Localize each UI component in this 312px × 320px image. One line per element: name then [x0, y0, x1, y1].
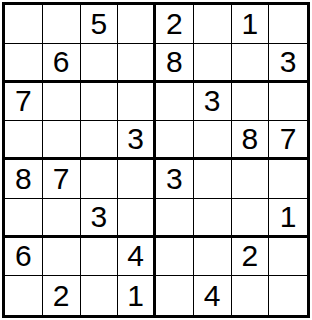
cell-empty-r5c8[interactable]: [269, 160, 307, 199]
cell-empty-r6c4[interactable]: [118, 199, 156, 238]
cell-empty-r6c5[interactable]: [156, 199, 194, 238]
cell-given-r4c4[interactable]: 3: [118, 121, 156, 160]
cell-empty-r7c8[interactable]: [269, 238, 307, 277]
cell-empty-r6c6[interactable]: [194, 199, 232, 238]
cell-given-r2c8[interactable]: 3: [269, 44, 307, 83]
cell-given-r2c2[interactable]: 6: [43, 44, 81, 83]
cell-empty-r1c4[interactable]: [118, 5, 156, 44]
cell-given-r1c3[interactable]: 5: [81, 5, 119, 44]
cell-given-r5c1[interactable]: 8: [5, 160, 43, 199]
cell-empty-r3c2[interactable]: [43, 83, 81, 122]
cell-empty-r1c2[interactable]: [43, 5, 81, 44]
cell-empty-r2c4[interactable]: [118, 44, 156, 83]
cell-given-r5c5[interactable]: 3: [156, 160, 194, 199]
cell-empty-r8c5[interactable]: [156, 276, 194, 315]
cell-given-r8c6[interactable]: 4: [194, 276, 232, 315]
cell-given-r1c5[interactable]: 2: [156, 5, 194, 44]
cell-given-r1c7[interactable]: 1: [232, 5, 270, 44]
cell-empty-r1c1[interactable]: [5, 5, 43, 44]
cell-empty-r4c2[interactable]: [43, 121, 81, 160]
cell-empty-r2c6[interactable]: [194, 44, 232, 83]
sudoku-board: 5216837338787331642214: [2, 2, 310, 318]
cell-given-r6c3[interactable]: 3: [81, 199, 119, 238]
cell-empty-r4c5[interactable]: [156, 121, 194, 160]
cell-empty-r3c5[interactable]: [156, 83, 194, 122]
cell-empty-r2c3[interactable]: [81, 44, 119, 83]
cell-empty-r4c1[interactable]: [5, 121, 43, 160]
cell-empty-r2c7[interactable]: [232, 44, 270, 83]
cell-empty-r7c5[interactable]: [156, 238, 194, 277]
sudoku-page: 5216837338787331642214: [0, 0, 312, 320]
cell-empty-r8c8[interactable]: [269, 276, 307, 315]
cell-empty-r8c7[interactable]: [232, 276, 270, 315]
cell-empty-r3c3[interactable]: [81, 83, 119, 122]
cell-given-r7c7[interactable]: 2: [232, 238, 270, 277]
cell-empty-r3c4[interactable]: [118, 83, 156, 122]
cell-empty-r7c2[interactable]: [43, 238, 81, 277]
cell-given-r4c8[interactable]: 7: [269, 121, 307, 160]
cell-given-r7c4[interactable]: 4: [118, 238, 156, 277]
cell-given-r3c1[interactable]: 7: [5, 83, 43, 122]
cell-given-r8c2[interactable]: 2: [43, 276, 81, 315]
cell-empty-r8c3[interactable]: [81, 276, 119, 315]
cell-empty-r6c2[interactable]: [43, 199, 81, 238]
cell-empty-r5c4[interactable]: [118, 160, 156, 199]
cell-empty-r5c7[interactable]: [232, 160, 270, 199]
cell-given-r2c5[interactable]: 8: [156, 44, 194, 83]
cell-given-r6c8[interactable]: 1: [269, 199, 307, 238]
cell-empty-r7c6[interactable]: [194, 238, 232, 277]
cell-empty-r4c3[interactable]: [81, 121, 119, 160]
cell-empty-r4c6[interactable]: [194, 121, 232, 160]
cell-empty-r6c7[interactable]: [232, 199, 270, 238]
cell-empty-r2c1[interactable]: [5, 44, 43, 83]
cell-empty-r1c6[interactable]: [194, 5, 232, 44]
cell-given-r3c6[interactable]: 3: [194, 83, 232, 122]
cell-given-r5c2[interactable]: 7: [43, 160, 81, 199]
cell-given-r7c1[interactable]: 6: [5, 238, 43, 277]
cell-empty-r5c6[interactable]: [194, 160, 232, 199]
cell-empty-r8c1[interactable]: [5, 276, 43, 315]
cell-empty-r3c7[interactable]: [232, 83, 270, 122]
cell-empty-r6c1[interactable]: [5, 199, 43, 238]
cell-empty-r3c8[interactable]: [269, 83, 307, 122]
cell-empty-r5c3[interactable]: [81, 160, 119, 199]
cell-given-r4c7[interactable]: 8: [232, 121, 270, 160]
cell-empty-r1c8[interactable]: [269, 5, 307, 44]
cell-empty-r7c3[interactable]: [81, 238, 119, 277]
cell-given-r8c4[interactable]: 1: [118, 276, 156, 315]
